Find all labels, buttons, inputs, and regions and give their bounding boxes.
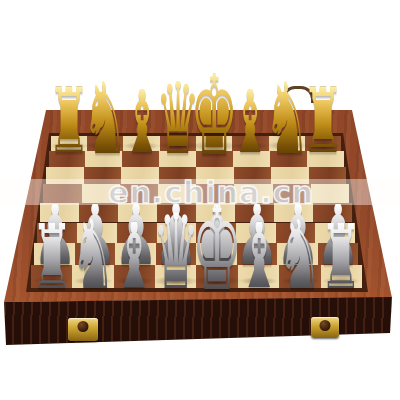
silver-king-e1: ♚: [192, 204, 243, 293]
gold-rook-h8: ♜: [302, 86, 345, 155]
chess-set-product-photo: ♜♞♝♛♚♝♞♜♟♟♟♟♟♟♟♟♜♞♝♛♚♝♞♜ en.china.cn: [0, 0, 400, 400]
brass-clasp-left-icon: [68, 318, 98, 341]
silver-knight-g1: ♞: [278, 218, 323, 290]
brass-clasp-right-icon: [311, 317, 339, 338]
silver-bishop-c1: ♝: [114, 221, 155, 290]
silver-knight-b1: ♞: [71, 218, 116, 290]
silver-bishop-f1: ♝: [238, 221, 279, 290]
silver-rook-h1: ♜: [320, 222, 362, 290]
silver-rook-a1: ♜: [31, 222, 73, 290]
